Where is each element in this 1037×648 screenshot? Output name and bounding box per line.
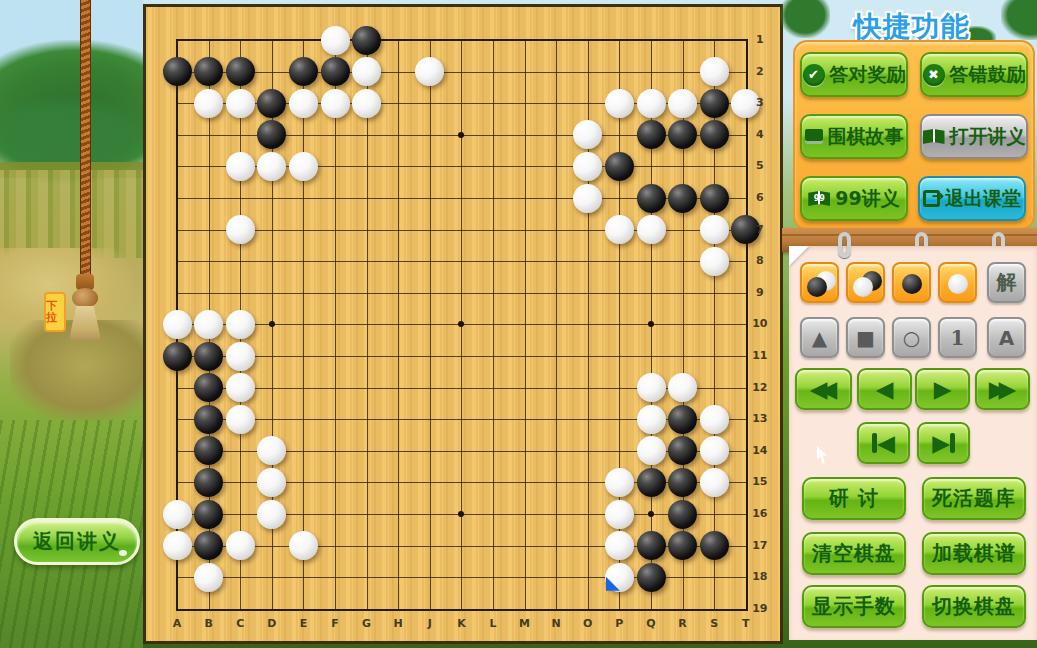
research-button[interactable]: 研 讨 <box>802 477 906 520</box>
reward-correct-button[interactable]: ✔ 答对奖励 <box>800 52 908 97</box>
col-label-H: H <box>390 617 406 630</box>
white-stone-S8 <box>700 247 729 276</box>
col-label-D: D <box>264 617 280 630</box>
black-stone-S6 <box>700 184 729 213</box>
black-stone-B15 <box>194 468 223 497</box>
load-game-record-button[interactable]: 加载棋谱 <box>922 532 1026 575</box>
star-point-Q16 <box>648 511 654 517</box>
white-stone-B3 <box>194 89 223 118</box>
mark-circle-button[interactable]: ○ <box>892 317 931 358</box>
row-label-9: 9 <box>751 286 769 299</box>
col-label-S: S <box>706 617 722 630</box>
white-stone-P7 <box>605 215 634 244</box>
last-move-marker <box>606 577 620 591</box>
black-stone-A11 <box>163 342 192 371</box>
black-stone-icon <box>807 277 827 297</box>
white-stone-P15 <box>605 468 634 497</box>
bamboo-gate <box>0 170 143 258</box>
white-stone-C7 <box>226 215 255 244</box>
jump-start-icon: ◀ <box>877 432 895 455</box>
white-stone-P3 <box>605 89 634 118</box>
row-label-12: 12 <box>751 381 769 394</box>
binder-ring-front <box>838 234 851 258</box>
black-stone-R16 <box>668 500 697 529</box>
black-stone-R6 <box>668 184 697 213</box>
row-label-18: 18 <box>751 570 769 583</box>
col-label-Q: Q <box>643 617 659 630</box>
white-stone-D15 <box>257 468 286 497</box>
white-stone-S14 <box>700 436 729 465</box>
button-label: 打开讲义 <box>950 124 1026 150</box>
col-label-K: K <box>453 617 469 630</box>
button-label: 答对奖励 <box>830 62 906 88</box>
col-label-M: M <box>517 617 533 630</box>
mark-letter-button[interactable]: A <box>987 317 1026 358</box>
sidebar: 快捷功能 ✔ 答对奖励 ✖ 答错鼓励 围棋故事 打开讲义 99 99讲义 → 退… <box>786 0 1037 648</box>
button-label: 退出课堂 <box>945 186 1021 212</box>
col-label-L: L <box>485 617 501 630</box>
go-story-button[interactable]: 围棋故事 <box>800 114 908 159</box>
black-stone-F2 <box>321 57 350 86</box>
check-icon: ✔ <box>803 64 825 86</box>
black-stone-B2 <box>194 57 223 86</box>
white-stone-S15 <box>700 468 729 497</box>
pull-down-tab[interactable]: 下拉 <box>44 292 66 332</box>
black-stone-Q18 <box>637 563 666 592</box>
black-stone-D3 <box>257 89 286 118</box>
black-stone-S4 <box>700 120 729 149</box>
white-stone-B10 <box>194 310 223 339</box>
white-stone-C13 <box>226 405 255 434</box>
col-label-C: C <box>232 617 248 630</box>
background-scenery: 下拉 返回讲义 <box>0 0 143 648</box>
white-stone-S7 <box>700 215 729 244</box>
black-stone-G1 <box>352 26 381 55</box>
col-label-F: F <box>327 617 343 630</box>
black-stone-E2 <box>289 57 318 86</box>
tool-white-stone[interactable] <box>938 262 977 303</box>
white-stone-F3 <box>321 89 350 118</box>
tool-black-stone[interactable] <box>892 262 931 303</box>
white-stone-O5 <box>573 152 602 181</box>
col-label-N: N <box>548 617 564 630</box>
black-stone-Q6 <box>637 184 666 213</box>
row-label-5: 5 <box>751 159 769 172</box>
row-label-13: 13 <box>751 412 769 425</box>
white-stone-E17 <box>289 531 318 560</box>
mark-square-button[interactable]: ■ <box>846 317 885 358</box>
book-99-icon: 99 <box>808 191 830 206</box>
white-stone-G2 <box>352 57 381 86</box>
white-stone-D5 <box>257 152 286 181</box>
black-stone-R15 <box>668 468 697 497</box>
row-label-7: 7 <box>751 223 769 236</box>
exit-icon: → <box>923 190 940 207</box>
jump-to-start-button[interactable]: ◀ <box>857 422 910 464</box>
white-stone-icon <box>853 277 873 297</box>
black-stone-B12 <box>194 373 223 402</box>
mark-triangle-button[interactable]: ▲ <box>800 317 839 358</box>
row-label-4: 4 <box>751 128 769 141</box>
return-to-handout-button[interactable]: 返回讲义 <box>14 518 140 565</box>
button-label: 围棋故事 <box>828 124 904 150</box>
app-window: 下拉 返回讲义 ABCDEFGHJKLMNOPQRST1234567891011… <box>0 0 1037 648</box>
white-stone-C10 <box>226 310 255 339</box>
black-stone-B17 <box>194 531 223 560</box>
open-book-icon <box>923 129 945 144</box>
row-label-1: 1 <box>751 33 769 46</box>
black-stone-B16 <box>194 500 223 529</box>
col-label-G: G <box>359 617 375 630</box>
black-stone-B11 <box>194 342 223 371</box>
col-label-P: P <box>611 617 627 630</box>
button-label: 99讲义 <box>835 186 899 212</box>
row-label-10: 10 <box>751 317 769 330</box>
white-stone-A16 <box>163 500 192 529</box>
forward-icon: ▶ <box>934 378 952 401</box>
white-stone-C12 <box>226 373 255 402</box>
cross-icon: ✖ <box>923 64 945 86</box>
white-stone-Q12 <box>637 373 666 402</box>
jump-to-end-button[interactable]: ▶ <box>917 422 970 464</box>
switch-board-button[interactable]: 切换棋盘 <box>922 585 1026 628</box>
white-stone-B18 <box>194 563 223 592</box>
white-stone-C3 <box>226 89 255 118</box>
fast-forward-button[interactable]: ▶▶ <box>975 368 1030 410</box>
white-stone-P18 <box>605 563 634 592</box>
col-label-T: T <box>738 617 754 630</box>
row-label-14: 14 <box>751 444 769 457</box>
white-stone-Q7 <box>637 215 666 244</box>
fast-forward-icon: ▶▶ <box>989 378 1016 401</box>
book-99-number: 99 <box>814 194 825 203</box>
exit-classroom-button[interactable]: → 退出课堂 <box>918 176 1026 221</box>
fast-back-button[interactable]: ◀◀ <box>795 368 852 410</box>
row-label-17: 17 <box>751 539 769 552</box>
white-stone-P17 <box>605 531 634 560</box>
white-stone-E5 <box>289 152 318 181</box>
black-stone-S17 <box>700 531 729 560</box>
white-stone-Q14 <box>637 436 666 465</box>
back-button[interactable]: ◀ <box>857 368 912 410</box>
white-stone-R12 <box>668 373 697 402</box>
exit-arrow: → <box>931 187 944 205</box>
col-label-R: R <box>675 617 691 630</box>
col-label-J: J <box>422 617 438 630</box>
encourage-wrong-button[interactable]: ✖ 答错鼓励 <box>920 52 1028 97</box>
col-label-O: O <box>580 617 596 630</box>
row-label-8: 8 <box>751 254 769 267</box>
solve-button[interactable]: 解 <box>987 262 1026 303</box>
white-stone-A17 <box>163 531 192 560</box>
jump-end-icon: ▶ <box>932 432 950 455</box>
black-stone-P5 <box>605 152 634 181</box>
hanging-rope[interactable] <box>80 0 91 278</box>
row-label-19: 19 <box>751 602 769 615</box>
white-stone-F1 <box>321 26 350 55</box>
tool-alternate-black-first[interactable] <box>800 262 839 303</box>
book-icon <box>805 129 823 144</box>
white-stone-S13 <box>700 405 729 434</box>
black-stone-R17 <box>668 531 697 560</box>
life-death-problems-button[interactable]: 死活题库 <box>922 477 1026 520</box>
black-stone-icon <box>902 274 922 294</box>
black-stone-R13 <box>668 405 697 434</box>
show-move-numbers-button[interactable]: 显示手数 <box>802 585 906 628</box>
white-stone-Q13 <box>637 405 666 434</box>
black-stone-C2 <box>226 57 255 86</box>
black-stone-Q17 <box>637 531 666 560</box>
white-stone-G3 <box>352 89 381 118</box>
white-stone-O6 <box>573 184 602 213</box>
end-bar-icon <box>950 433 955 453</box>
white-stone-C5 <box>226 152 255 181</box>
col-label-B: B <box>201 617 217 630</box>
white-stone-icon <box>948 274 968 294</box>
tassel-ball <box>72 288 98 308</box>
tool-alternate-white-first[interactable] <box>846 262 885 303</box>
white-stone-Q3 <box>637 89 666 118</box>
row-label-6: 6 <box>751 191 769 204</box>
go-board[interactable]: ABCDEFGHJKLMNOPQRST123456789101112131415… <box>143 4 783 644</box>
black-stone-Q4 <box>637 120 666 149</box>
white-stone-R3 <box>668 89 697 118</box>
white-stone-S2 <box>700 57 729 86</box>
open-handout-button[interactable]: 打开讲义 <box>920 114 1028 159</box>
col-label-E: E <box>295 617 311 630</box>
white-stone-D16 <box>257 500 286 529</box>
row-label-16: 16 <box>751 507 769 520</box>
handout-99-button[interactable]: 99 99讲义 <box>800 176 908 221</box>
clear-board-button[interactable]: 清空棋盘 <box>802 532 906 575</box>
white-stone-C11 <box>226 342 255 371</box>
mark-number-button[interactable]: 1 <box>938 317 977 358</box>
forward-button[interactable]: ▶ <box>915 368 970 410</box>
white-stone-C17 <box>226 531 255 560</box>
black-stone-A2 <box>163 57 192 86</box>
tools-panel <box>789 246 1037 640</box>
row-label-3: 3 <box>751 96 769 109</box>
row-label-11: 11 <box>751 349 769 362</box>
black-stone-Q15 <box>637 468 666 497</box>
white-stone-E3 <box>289 89 318 118</box>
row-label-15: 15 <box>751 475 769 488</box>
col-label-A: A <box>169 617 185 630</box>
button-label: 答错鼓励 <box>950 62 1026 88</box>
back-icon: ◀ <box>876 378 894 401</box>
fast-back-icon: ◀◀ <box>810 378 837 401</box>
black-stone-S3 <box>700 89 729 118</box>
row-label-2: 2 <box>751 65 769 78</box>
white-stone-P16 <box>605 500 634 529</box>
black-stone-B13 <box>194 405 223 434</box>
white-stone-A10 <box>163 310 192 339</box>
